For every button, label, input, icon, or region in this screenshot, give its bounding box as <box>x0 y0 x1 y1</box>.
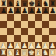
black-queen: ♛ <box>21 0 28 7</box>
square-b5[interactable] <box>7 21 14 28</box>
square-c5[interactable] <box>14 21 21 28</box>
square-h3[interactable] <box>49 35 56 42</box>
white-queen: ♛ <box>21 49 28 56</box>
square-a7[interactable]: ♟ <box>0 7 7 14</box>
square-d1[interactable]: ♛ <box>21 49 28 56</box>
black-rook: ♜ <box>49 0 56 7</box>
square-e6[interactable] <box>28 14 35 21</box>
white-pawn: ♟ <box>49 42 56 49</box>
black-pawn: ♟ <box>7 7 14 14</box>
square-g5[interactable] <box>42 21 49 28</box>
square-b8[interactable]: ♞ <box>7 0 14 7</box>
black-bishop: ♝ <box>35 0 42 7</box>
square-c8[interactable]: ♝ <box>14 0 21 7</box>
square-b1[interactable]: ♞ <box>7 49 14 56</box>
chess-board: ♜♞♝♛♚♝♞♜♟♟♟♟♟♟♟♟♟♟♟♟♟♟♟♟♜♞♝♛♚♝♞♜ <box>0 0 56 56</box>
square-b4[interactable] <box>7 28 14 35</box>
white-pawn: ♟ <box>7 42 14 49</box>
square-d8[interactable]: ♛ <box>21 0 28 7</box>
white-king: ♚ <box>28 49 35 56</box>
square-f7[interactable]: ♟ <box>35 7 42 14</box>
square-b7[interactable]: ♟ <box>7 7 14 14</box>
square-d4[interactable] <box>21 28 28 35</box>
square-b3[interactable] <box>7 35 14 42</box>
black-pawn: ♟ <box>35 7 42 14</box>
square-h8[interactable]: ♜ <box>49 0 56 7</box>
square-h6[interactable] <box>49 14 56 21</box>
square-f1[interactable]: ♝ <box>35 49 42 56</box>
square-c7[interactable]: ♟ <box>14 7 21 14</box>
white-rook: ♜ <box>0 49 7 56</box>
square-g7[interactable]: ♟ <box>42 7 49 14</box>
white-bishop: ♝ <box>35 49 42 56</box>
square-e5[interactable] <box>28 21 35 28</box>
square-a2[interactable]: ♟ <box>0 42 7 49</box>
square-e2[interactable]: ♟ <box>28 42 35 49</box>
square-f6[interactable] <box>35 14 42 21</box>
black-knight: ♞ <box>42 0 49 7</box>
black-king: ♚ <box>28 0 35 7</box>
square-d7[interactable]: ♟ <box>21 7 28 14</box>
square-c6[interactable] <box>14 14 21 21</box>
square-d6[interactable] <box>21 14 28 21</box>
square-e8[interactable]: ♚ <box>28 0 35 7</box>
square-c2[interactable]: ♟ <box>14 42 21 49</box>
square-a4[interactable] <box>0 28 7 35</box>
square-e7[interactable]: ♟ <box>28 7 35 14</box>
square-f5[interactable] <box>35 21 42 28</box>
square-a3[interactable] <box>0 35 7 42</box>
black-rook: ♜ <box>0 0 7 7</box>
black-pawn: ♟ <box>49 7 56 14</box>
square-b6[interactable] <box>7 14 14 21</box>
square-h1[interactable]: ♜ <box>49 49 56 56</box>
square-c3[interactable] <box>14 35 21 42</box>
black-pawn: ♟ <box>0 7 7 14</box>
square-b2[interactable]: ♟ <box>7 42 14 49</box>
square-a1[interactable]: ♜ <box>0 49 7 56</box>
white-pawn: ♟ <box>28 42 35 49</box>
square-a8[interactable]: ♜ <box>0 0 7 7</box>
white-pawn: ♟ <box>14 42 21 49</box>
black-pawn: ♟ <box>42 7 49 14</box>
square-f3[interactable] <box>35 35 42 42</box>
square-h4[interactable] <box>49 28 56 35</box>
square-e1[interactable]: ♚ <box>28 49 35 56</box>
square-g4[interactable] <box>42 28 49 35</box>
square-a5[interactable] <box>0 21 7 28</box>
black-pawn: ♟ <box>21 7 28 14</box>
white-pawn: ♟ <box>42 42 49 49</box>
square-d3[interactable] <box>21 35 28 42</box>
white-bishop: ♝ <box>14 49 21 56</box>
square-f4[interactable] <box>35 28 42 35</box>
square-c4[interactable] <box>14 28 21 35</box>
square-d2[interactable]: ♟ <box>21 42 28 49</box>
square-c1[interactable]: ♝ <box>14 49 21 56</box>
square-f2[interactable]: ♟ <box>35 42 42 49</box>
black-knight: ♞ <box>7 0 14 7</box>
square-e4[interactable] <box>28 28 35 35</box>
square-a6[interactable] <box>0 14 7 21</box>
white-knight: ♞ <box>7 49 14 56</box>
white-pawn: ♟ <box>21 42 28 49</box>
black-bishop: ♝ <box>14 0 21 7</box>
square-d5[interactable] <box>21 21 28 28</box>
square-e3[interactable] <box>28 35 35 42</box>
square-g6[interactable] <box>42 14 49 21</box>
square-h5[interactable] <box>49 21 56 28</box>
square-g8[interactable]: ♞ <box>42 0 49 7</box>
square-g1[interactable]: ♞ <box>42 49 49 56</box>
square-h7[interactable]: ♟ <box>49 7 56 14</box>
white-pawn: ♟ <box>35 42 42 49</box>
black-pawn: ♟ <box>14 7 21 14</box>
white-knight: ♞ <box>42 49 49 56</box>
black-pawn: ♟ <box>28 7 35 14</box>
square-f8[interactable]: ♝ <box>35 0 42 7</box>
white-pawn: ♟ <box>0 42 7 49</box>
square-h2[interactable]: ♟ <box>49 42 56 49</box>
square-g2[interactable]: ♟ <box>42 42 49 49</box>
white-rook: ♜ <box>49 49 56 56</box>
square-g3[interactable] <box>42 35 49 42</box>
